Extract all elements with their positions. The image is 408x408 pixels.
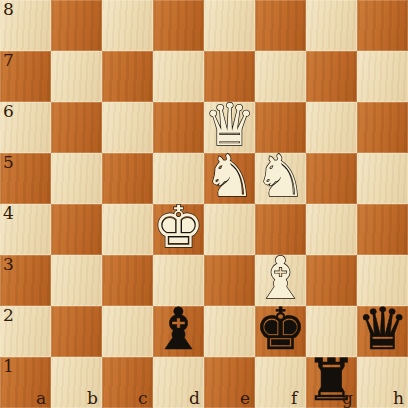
square-a3[interactable] (0, 255, 51, 306)
piece-white-king[interactable]: ♚ (153, 202, 205, 253)
square-c3[interactable] (102, 255, 153, 306)
square-f1[interactable] (255, 357, 306, 408)
square-g7[interactable] (306, 51, 357, 102)
square-h6[interactable] (357, 102, 408, 153)
square-b7[interactable] (51, 51, 102, 102)
square-d1[interactable] (153, 357, 204, 408)
square-e8[interactable] (204, 0, 255, 51)
square-d2[interactable]: ♝ (153, 306, 204, 357)
square-d4[interactable]: ♚ (153, 204, 204, 255)
chess-board-area: ♛♞♞♚♝♝♚♛♜ 12345678abcdefgh (0, 0, 408, 408)
square-b8[interactable] (51, 0, 102, 51)
square-g4[interactable] (306, 204, 357, 255)
square-g8[interactable] (306, 0, 357, 51)
square-b5[interactable] (51, 153, 102, 204)
square-b3[interactable] (51, 255, 102, 306)
square-a8[interactable] (0, 0, 51, 51)
square-f7[interactable] (255, 51, 306, 102)
square-b1[interactable] (51, 357, 102, 408)
piece-white-knight[interactable]: ♞ (255, 151, 307, 202)
square-e4[interactable] (204, 204, 255, 255)
chess-board: ♛♞♞♚♝♝♚♛♜ (0, 0, 408, 408)
square-b4[interactable] (51, 204, 102, 255)
square-b6[interactable] (51, 102, 102, 153)
square-c7[interactable] (102, 51, 153, 102)
square-d8[interactable] (153, 0, 204, 51)
square-a6[interactable] (0, 102, 51, 153)
piece-black-queen[interactable]: ♛ (357, 304, 408, 355)
square-c6[interactable] (102, 102, 153, 153)
square-e5[interactable]: ♞ (204, 153, 255, 204)
square-a4[interactable] (0, 204, 51, 255)
square-g5[interactable] (306, 153, 357, 204)
square-e1[interactable] (204, 357, 255, 408)
square-e2[interactable] (204, 306, 255, 357)
square-g3[interactable] (306, 255, 357, 306)
square-c8[interactable] (102, 0, 153, 51)
square-g6[interactable] (306, 102, 357, 153)
piece-black-rook[interactable]: ♜ (306, 355, 358, 406)
square-d6[interactable] (153, 102, 204, 153)
square-e3[interactable] (204, 255, 255, 306)
square-c5[interactable] (102, 153, 153, 204)
square-h1[interactable] (357, 357, 408, 408)
square-c1[interactable] (102, 357, 153, 408)
square-d7[interactable] (153, 51, 204, 102)
square-h8[interactable] (357, 0, 408, 51)
square-b2[interactable] (51, 306, 102, 357)
square-a1[interactable] (0, 357, 51, 408)
square-g1[interactable]: ♜ (306, 357, 357, 408)
square-h7[interactable] (357, 51, 408, 102)
piece-black-bishop[interactable]: ♝ (153, 304, 205, 355)
piece-white-knight[interactable]: ♞ (204, 151, 256, 202)
square-a7[interactable] (0, 51, 51, 102)
square-f8[interactable] (255, 0, 306, 51)
square-a5[interactable] (0, 153, 51, 204)
square-c4[interactable] (102, 204, 153, 255)
square-h2[interactable]: ♛ (357, 306, 408, 357)
piece-black-king[interactable]: ♚ (255, 304, 307, 355)
square-f2[interactable]: ♚ (255, 306, 306, 357)
square-c2[interactable] (102, 306, 153, 357)
square-h5[interactable] (357, 153, 408, 204)
square-a2[interactable] (0, 306, 51, 357)
square-f5[interactable]: ♞ (255, 153, 306, 204)
square-h4[interactable] (357, 204, 408, 255)
